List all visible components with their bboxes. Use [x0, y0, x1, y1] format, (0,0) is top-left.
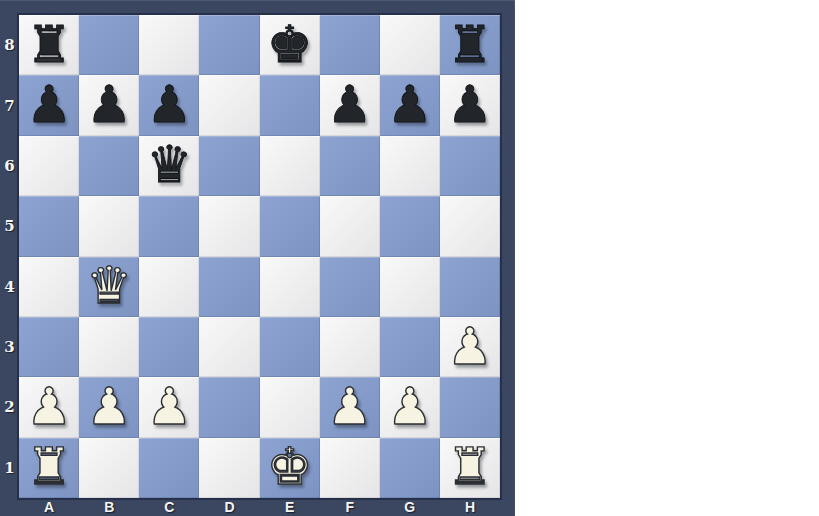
piece-white-queen[interactable]: ♛	[86, 260, 132, 311]
square-c2[interactable]: ♟	[139, 377, 199, 437]
square-a5[interactable]	[19, 196, 79, 256]
square-c6[interactable]: ♛	[139, 136, 199, 196]
rank-labels: 87654321	[0, 15, 19, 498]
square-b5[interactable]	[79, 196, 139, 256]
piece-black-pawn[interactable]: ♟	[146, 79, 192, 130]
file-label-e: E	[260, 498, 320, 516]
square-e1[interactable]: ♚	[260, 438, 320, 498]
piece-white-pawn[interactable]: ♟	[387, 381, 433, 432]
piece-white-rook[interactable]: ♜	[447, 441, 493, 492]
rank-label-7: 7	[0, 75, 19, 135]
square-g8[interactable]	[380, 15, 440, 75]
square-c8[interactable]	[139, 15, 199, 75]
piece-white-rook[interactable]: ♜	[26, 441, 72, 492]
square-b8[interactable]	[79, 15, 139, 75]
piece-black-pawn[interactable]: ♟	[387, 79, 433, 130]
square-e2[interactable]	[260, 377, 320, 437]
square-f8[interactable]	[320, 15, 380, 75]
square-b7[interactable]: ♟	[79, 75, 139, 135]
square-g7[interactable]: ♟	[380, 75, 440, 135]
piece-white-pawn[interactable]: ♟	[146, 381, 192, 432]
file-label-d: D	[199, 498, 259, 516]
square-d8[interactable]	[199, 15, 259, 75]
square-e8[interactable]: ♚	[260, 15, 320, 75]
square-h5[interactable]	[440, 196, 500, 256]
square-c7[interactable]: ♟	[139, 75, 199, 135]
chess-board: ♜♚♜♟♟♟♟♟♟♛♛♟♟♟♟♟♟♜♚♜	[19, 15, 500, 498]
square-g1[interactable]	[380, 438, 440, 498]
piece-black-rook[interactable]: ♜	[26, 19, 72, 70]
piece-black-queen[interactable]: ♛	[146, 139, 192, 190]
rank-label-5: 5	[0, 196, 19, 256]
rank-label-3: 3	[0, 317, 19, 377]
square-c5[interactable]	[139, 196, 199, 256]
square-b2[interactable]: ♟	[79, 377, 139, 437]
square-f6[interactable]	[320, 136, 380, 196]
square-e4[interactable]	[260, 257, 320, 317]
square-f3[interactable]	[320, 317, 380, 377]
rank-label-1: 1	[0, 438, 19, 498]
file-label-f: F	[320, 498, 380, 516]
square-d6[interactable]	[199, 136, 259, 196]
chess-board-frame: 87654321 ♜♚♜♟♟♟♟♟♟♛♛♟♟♟♟♟♟♜♚♜ ABCDEFGH	[0, 0, 515, 516]
square-a8[interactable]: ♜	[19, 15, 79, 75]
square-h6[interactable]	[440, 136, 500, 196]
piece-black-pawn[interactable]: ♟	[26, 79, 72, 130]
rank-label-4: 4	[0, 257, 19, 317]
square-f4[interactable]	[320, 257, 380, 317]
square-a2[interactable]: ♟	[19, 377, 79, 437]
square-a1[interactable]: ♜	[19, 438, 79, 498]
square-d7[interactable]	[199, 75, 259, 135]
piece-black-pawn[interactable]: ♟	[447, 79, 493, 130]
square-h1[interactable]: ♜	[440, 438, 500, 498]
piece-white-pawn[interactable]: ♟	[86, 381, 132, 432]
square-c1[interactable]	[139, 438, 199, 498]
square-d1[interactable]	[199, 438, 259, 498]
piece-black-rook[interactable]: ♜	[447, 19, 493, 70]
square-c4[interactable]	[139, 257, 199, 317]
file-label-a: A	[19, 498, 79, 516]
square-b4[interactable]: ♛	[79, 257, 139, 317]
square-a3[interactable]	[19, 317, 79, 377]
square-b3[interactable]	[79, 317, 139, 377]
file-label-c: C	[139, 498, 199, 516]
square-d4[interactable]	[199, 257, 259, 317]
square-d5[interactable]	[199, 196, 259, 256]
piece-white-king[interactable]: ♚	[267, 441, 313, 492]
file-label-g: G	[380, 498, 440, 516]
square-g5[interactable]	[380, 196, 440, 256]
square-f5[interactable]	[320, 196, 380, 256]
square-g2[interactable]: ♟	[380, 377, 440, 437]
square-f2[interactable]: ♟	[320, 377, 380, 437]
piece-white-pawn[interactable]: ♟	[447, 321, 493, 372]
piece-black-pawn[interactable]: ♟	[327, 79, 373, 130]
piece-black-king[interactable]: ♚	[267, 19, 313, 70]
rank-label-6: 6	[0, 136, 19, 196]
rank-label-2: 2	[0, 377, 19, 437]
square-a7[interactable]: ♟	[19, 75, 79, 135]
square-a6[interactable]	[19, 136, 79, 196]
square-g4[interactable]	[380, 257, 440, 317]
square-h4[interactable]	[440, 257, 500, 317]
file-label-b: B	[79, 498, 139, 516]
square-e6[interactable]	[260, 136, 320, 196]
square-d2[interactable]	[199, 377, 259, 437]
square-a4[interactable]	[19, 257, 79, 317]
square-e3[interactable]	[260, 317, 320, 377]
square-b1[interactable]	[79, 438, 139, 498]
square-c3[interactable]	[139, 317, 199, 377]
square-g3[interactable]	[380, 317, 440, 377]
square-f7[interactable]: ♟	[320, 75, 380, 135]
square-e7[interactable]	[260, 75, 320, 135]
screen: 87654321 ♜♚♜♟♟♟♟♟♟♛♛♟♟♟♟♟♟♜♚♜ ABCDEFGH	[0, 0, 819, 516]
square-h8[interactable]: ♜	[440, 15, 500, 75]
square-e5[interactable]	[260, 196, 320, 256]
file-label-h: H	[440, 498, 500, 516]
square-h3[interactable]: ♟	[440, 317, 500, 377]
square-g6[interactable]	[380, 136, 440, 196]
piece-white-pawn[interactable]: ♟	[327, 381, 373, 432]
square-h7[interactable]: ♟	[440, 75, 500, 135]
rank-label-8: 8	[0, 15, 19, 75]
square-h2[interactable]	[440, 377, 500, 437]
file-labels: ABCDEFGH	[19, 498, 500, 516]
square-b6[interactable]	[79, 136, 139, 196]
square-f1[interactable]	[320, 438, 380, 498]
piece-white-pawn[interactable]: ♟	[26, 381, 72, 432]
piece-black-pawn[interactable]: ♟	[86, 79, 132, 130]
square-d3[interactable]	[199, 317, 259, 377]
